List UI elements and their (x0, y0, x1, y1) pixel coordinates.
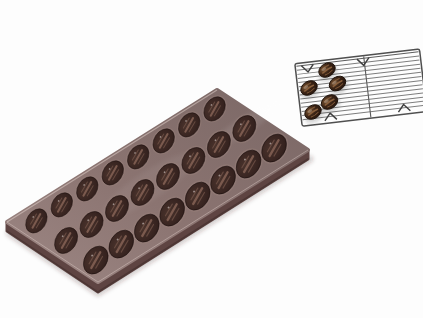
rack-wire (298, 64, 420, 78)
rack-wire (297, 56, 419, 70)
scene-svg (0, 0, 423, 318)
rack-wire (297, 60, 419, 74)
rack-wire (298, 68, 420, 82)
chocolate-mold (7, 90, 310, 293)
rack-wire (301, 89, 423, 103)
product-photo (0, 0, 423, 318)
